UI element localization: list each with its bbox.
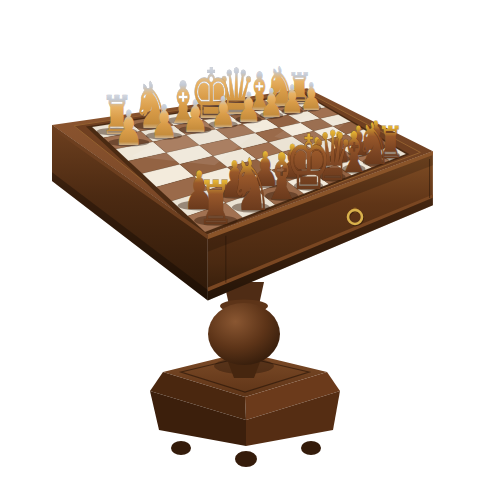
- piece-white-pawn-d2[interactable]: ♟: [236, 83, 261, 131]
- piece-black-knight-g8[interactable]: ♞: [229, 144, 273, 228]
- piece-white-pawn-g2[interactable]: ♟: [150, 95, 178, 149]
- chess-table-svg: ♜♞♝♟♟♛♟♚♟♝♟♞♟♜♟♟♟♟♜♟♞♟♝♟♛♟♚♟♝♟♞♜: [0, 0, 480, 480]
- piece-white-pawn-b2[interactable]: ♟: [280, 77, 304, 123]
- chess-table-scene: ♜♞♝♟♟♛♟♚♟♝♟♞♟♜♟♟♟♟♜♟♞♟♝♟♛♟♚♟♝♟♞♜: [0, 0, 480, 480]
- pedestal-ball: [208, 303, 280, 365]
- piece-white-pawn-e2[interactable]: ♟: [210, 87, 236, 137]
- pedestal-foot: [235, 451, 257, 467]
- piece-black-rook-h8[interactable]: ♜: [197, 167, 234, 237]
- piece-white-pawn-c2[interactable]: ♟: [259, 80, 283, 127]
- piece-white-pawn-h2[interactable]: ♟: [114, 100, 143, 156]
- piece-white-pawn-f2[interactable]: ♟: [182, 91, 209, 142]
- pedestal-foot: [171, 441, 191, 455]
- pedestal-foot: [301, 441, 321, 455]
